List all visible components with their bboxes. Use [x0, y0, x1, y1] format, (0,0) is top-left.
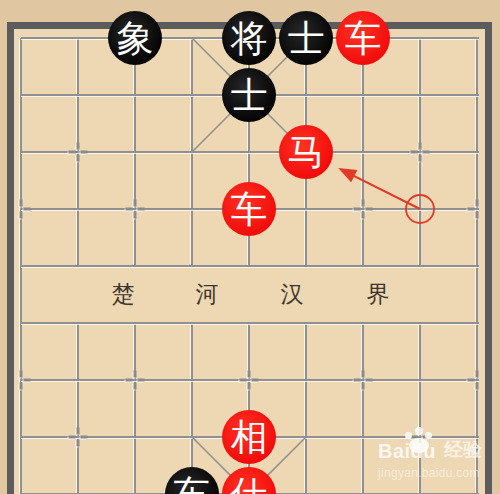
point-marker	[354, 371, 373, 390]
point-marker	[240, 371, 259, 390]
grid-vertical-line	[77, 323, 79, 494]
grid-vertical-line	[305, 323, 307, 494]
river-label-char: 界	[367, 279, 390, 310]
piece-black-advisor[interactable]: 士	[279, 11, 333, 65]
piece-black-advisor[interactable]: 士	[222, 68, 276, 122]
piece-red-elephant[interactable]: 相	[222, 410, 276, 464]
river-label-char: 楚	[112, 279, 135, 310]
grid-horizontal-line	[21, 322, 479, 324]
grid-horizontal-line	[21, 265, 479, 267]
piece-black-general[interactable]: 将	[222, 11, 276, 65]
piece-red-chariot[interactable]: 车	[222, 182, 276, 236]
grid-vertical-line	[362, 323, 364, 494]
point-marker	[69, 143, 88, 162]
point-marker	[411, 143, 430, 162]
paw-icon	[404, 427, 434, 453]
point-marker	[468, 371, 487, 390]
point-marker	[69, 428, 88, 447]
river-label-char: 汉	[281, 279, 304, 310]
point-marker	[12, 200, 31, 219]
point-marker	[354, 200, 373, 219]
watermark-url: jingyan.baidu.com	[378, 466, 482, 480]
river-label-char: 河	[196, 279, 219, 310]
point-marker	[468, 200, 487, 219]
grid-vertical-line	[134, 323, 136, 494]
watermark-brand: Baidu 经验	[378, 437, 482, 463]
point-marker	[126, 200, 145, 219]
piece-red-horse[interactable]: 马	[279, 125, 333, 179]
point-marker	[12, 371, 31, 390]
xiangqi-board-screenshot: 楚河汉界 象将士车士马车相车仕 Baidu 经验 jingyan.baidu.c…	[0, 0, 500, 494]
piece-black-elephant[interactable]: 象	[108, 11, 162, 65]
point-marker	[126, 371, 145, 390]
piece-red-chariot[interactable]: 车	[336, 11, 390, 65]
baidu-jingyan-watermark: Baidu 经验 jingyan.baidu.com	[378, 437, 482, 480]
watermark-jingyan-text: 经验	[444, 437, 482, 463]
